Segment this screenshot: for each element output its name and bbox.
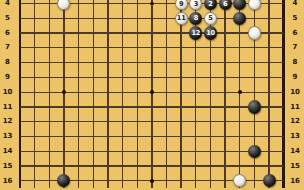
intersection-18-12[interactable] xyxy=(262,114,277,129)
white-stone-move-11: 11 xyxy=(175,12,188,25)
intersection-16-16[interactable] xyxy=(232,173,247,188)
intersection-2-15[interactable] xyxy=(27,159,42,174)
intersection-4-4[interactable] xyxy=(57,0,72,11)
intersection-16-13[interactable] xyxy=(232,129,247,144)
intersection-10-14[interactable] xyxy=(145,144,160,159)
intersection-2-5[interactable] xyxy=(27,11,42,26)
intersection-17-15[interactable] xyxy=(247,159,262,174)
intersection-5-7[interactable] xyxy=(71,40,86,55)
intersection-7-14[interactable] xyxy=(101,144,116,159)
intersection-15-16[interactable] xyxy=(218,173,233,188)
intersection-15-4[interactable]: 6 xyxy=(218,0,233,11)
intersection-10-7[interactable] xyxy=(145,40,160,55)
intersection-10-5[interactable] xyxy=(145,11,160,26)
row-label-right-6: 6 xyxy=(288,26,302,41)
intersection-2-12[interactable] xyxy=(27,114,42,129)
intersection-14-16[interactable] xyxy=(203,173,218,188)
intersection-13-13[interactable] xyxy=(188,129,203,144)
white-stone-move-9: 9 xyxy=(175,0,188,10)
black-stone xyxy=(263,174,276,187)
intersection-6-15[interactable] xyxy=(86,159,101,174)
intersection-10-4[interactable] xyxy=(145,0,160,11)
intersection-17-11[interactable] xyxy=(247,100,262,115)
row-label-right-9: 9 xyxy=(288,70,302,85)
intersection-18-4[interactable] xyxy=(262,0,277,11)
intersection-10-11[interactable] xyxy=(145,100,160,115)
intersection-14-12[interactable] xyxy=(203,114,218,129)
intersection-2-7[interactable] xyxy=(27,40,42,55)
white-stone xyxy=(248,26,261,39)
intersection-15-10[interactable] xyxy=(218,85,233,100)
intersection-2-14[interactable] xyxy=(27,144,42,159)
intersection-9-5[interactable] xyxy=(130,11,145,26)
intersection-16-14[interactable] xyxy=(232,144,247,159)
intersection-9-10[interactable] xyxy=(130,85,145,100)
intersection-14-6[interactable]: 10 xyxy=(203,26,218,41)
intersection-14-15[interactable] xyxy=(203,159,218,174)
intersection-3-15[interactable] xyxy=(42,159,57,174)
row-label-right-4: 4 xyxy=(288,0,302,11)
intersection-3-9[interactable] xyxy=(42,70,57,85)
intersection-14-13[interactable] xyxy=(203,129,218,144)
intersection-6-6[interactable] xyxy=(86,26,101,41)
intersection-11-9[interactable] xyxy=(159,70,174,85)
intersection-6-9[interactable] xyxy=(86,70,101,85)
black-stone-move-12: 12 xyxy=(189,26,202,39)
intersection-13-10[interactable] xyxy=(188,85,203,100)
intersection-9-16[interactable] xyxy=(130,173,145,188)
row-label-right-14: 14 xyxy=(288,144,302,159)
intersection-15-6[interactable] xyxy=(218,26,233,41)
intersection-18-6[interactable] xyxy=(262,26,277,41)
row-label-left-12: 12 xyxy=(0,114,15,129)
black-stone xyxy=(57,174,70,187)
go-board-grid: 932611851210 xyxy=(13,0,291,188)
intersection-4-8[interactable] xyxy=(57,55,72,70)
intersection-16-12[interactable] xyxy=(232,114,247,129)
intersection-2-4[interactable] xyxy=(27,0,42,11)
intersection-14-9[interactable] xyxy=(203,70,218,85)
intersection-2-9[interactable] xyxy=(27,70,42,85)
intersection-6-14[interactable] xyxy=(86,144,101,159)
intersection-7-15[interactable] xyxy=(101,159,116,174)
intersection-13-7[interactable] xyxy=(188,40,203,55)
intersection-8-4[interactable] xyxy=(115,0,130,11)
intersection-8-6[interactable] xyxy=(115,26,130,41)
intersection-18-11[interactable] xyxy=(262,100,277,115)
intersection-5-16[interactable] xyxy=(71,173,86,188)
white-stone xyxy=(233,174,246,187)
intersection-17-13[interactable] xyxy=(247,129,262,144)
white-stone xyxy=(57,0,70,10)
intersection-18-10[interactable] xyxy=(262,85,277,100)
intersection-13-15[interactable] xyxy=(188,159,203,174)
intersection-13-12[interactable] xyxy=(188,114,203,129)
intersection-13-5[interactable]: 8 xyxy=(188,11,203,26)
row-label-left-10: 10 xyxy=(0,85,15,100)
intersection-16-11[interactable] xyxy=(232,100,247,115)
intersection-12-4[interactable]: 9 xyxy=(174,0,189,11)
intersection-7-8[interactable] xyxy=(101,55,116,70)
intersection-3-6[interactable] xyxy=(42,26,57,41)
intersection-11-12[interactable] xyxy=(159,114,174,129)
intersection-17-16[interactable] xyxy=(247,173,262,188)
intersection-11-15[interactable] xyxy=(159,159,174,174)
intersection-6-16[interactable] xyxy=(86,173,101,188)
intersection-8-5[interactable] xyxy=(115,11,130,26)
intersection-17-4[interactable] xyxy=(247,0,262,11)
intersection-16-9[interactable] xyxy=(232,70,247,85)
intersection-4-15[interactable] xyxy=(57,159,72,174)
intersection-12-15[interactable] xyxy=(174,159,189,174)
intersection-11-13[interactable] xyxy=(159,129,174,144)
black-stone-move-10: 10 xyxy=(204,26,217,39)
intersection-12-16[interactable] xyxy=(174,173,189,188)
intersection-15-14[interactable] xyxy=(218,144,233,159)
intersection-17-8[interactable] xyxy=(247,55,262,70)
intersection-10-9[interactable] xyxy=(145,70,160,85)
white-stone xyxy=(248,0,261,10)
intersection-8-15[interactable] xyxy=(115,159,130,174)
intersection-6-13[interactable] xyxy=(86,129,101,144)
intersection-18-9[interactable] xyxy=(262,70,277,85)
intersection-8-9[interactable] xyxy=(115,70,130,85)
intersection-12-14[interactable] xyxy=(174,144,189,159)
black-stone xyxy=(248,100,261,113)
intersection-7-10[interactable] xyxy=(101,85,116,100)
intersection-12-8[interactable] xyxy=(174,55,189,70)
intersection-14-5[interactable]: 5 xyxy=(203,11,218,26)
intersection-14-8[interactable] xyxy=(203,55,218,70)
intersection-9-4[interactable] xyxy=(130,0,145,11)
intersection-16-15[interactable] xyxy=(232,159,247,174)
intersection-17-9[interactable] xyxy=(247,70,262,85)
intersection-2-11[interactable] xyxy=(27,100,42,115)
intersection-7-5[interactable] xyxy=(101,11,116,26)
intersection-18-7[interactable] xyxy=(262,40,277,55)
black-stone-move-2: 2 xyxy=(204,0,217,10)
intersection-6-4[interactable] xyxy=(86,0,101,11)
intersection-17-12[interactable] xyxy=(247,114,262,129)
black-stone-move-8: 8 xyxy=(189,12,202,25)
row-label-left-8: 8 xyxy=(0,55,15,70)
intersection-18-15[interactable] xyxy=(262,159,277,174)
intersection-8-8[interactable] xyxy=(115,55,130,70)
intersection-5-10[interactable] xyxy=(71,85,86,100)
intersection-6-8[interactable] xyxy=(86,55,101,70)
intersection-18-16[interactable] xyxy=(262,173,277,188)
intersection-10-12[interactable] xyxy=(145,114,160,129)
intersection-4-6[interactable] xyxy=(57,26,72,41)
intersection-9-13[interactable] xyxy=(130,129,145,144)
black-stone xyxy=(248,145,261,158)
intersection-16-7[interactable] xyxy=(232,40,247,55)
intersection-11-8[interactable] xyxy=(159,55,174,70)
row-label-left-4: 4 xyxy=(0,0,15,11)
row-labels-right: 45678910111213141516 xyxy=(288,0,302,190)
go-board-diagram: 932611851210 45678910111213141516 456789… xyxy=(0,0,304,190)
intersection-6-10[interactable] xyxy=(86,85,101,100)
white-stone-move-5: 5 xyxy=(204,12,217,25)
intersection-4-14[interactable] xyxy=(57,144,72,159)
row-label-right-16: 16 xyxy=(288,174,302,189)
row-label-right-13: 13 xyxy=(288,129,302,144)
intersection-15-5[interactable] xyxy=(218,11,233,26)
intersection-11-16[interactable] xyxy=(159,173,174,188)
intersection-17-14[interactable] xyxy=(247,144,262,159)
intersection-7-9[interactable] xyxy=(101,70,116,85)
intersection-3-10[interactable] xyxy=(42,85,57,100)
intersection-18-14[interactable] xyxy=(262,144,277,159)
intersection-3-8[interactable] xyxy=(42,55,57,70)
intersection-3-5[interactable] xyxy=(42,11,57,26)
intersection-2-16[interactable] xyxy=(27,173,42,188)
intersection-13-8[interactable] xyxy=(188,55,203,70)
row-label-left-13: 13 xyxy=(0,129,15,144)
row-label-left-9: 9 xyxy=(0,70,15,85)
intersection-13-11[interactable] xyxy=(188,100,203,115)
intersection-13-16[interactable] xyxy=(188,173,203,188)
intersection-17-5[interactable] xyxy=(247,11,262,26)
intersection-7-13[interactable] xyxy=(101,129,116,144)
intersection-12-5[interactable]: 11 xyxy=(174,11,189,26)
intersection-12-13[interactable] xyxy=(174,129,189,144)
intersection-13-9[interactable] xyxy=(188,70,203,85)
intersection-3-11[interactable] xyxy=(42,100,57,115)
intersection-13-14[interactable] xyxy=(188,144,203,159)
intersection-8-13[interactable] xyxy=(115,129,130,144)
intersection-10-16[interactable] xyxy=(145,173,160,188)
row-label-right-8: 8 xyxy=(288,55,302,70)
intersection-8-7[interactable] xyxy=(115,40,130,55)
intersection-10-13[interactable] xyxy=(145,129,160,144)
intersection-3-7[interactable] xyxy=(42,40,57,55)
intersection-14-14[interactable] xyxy=(203,144,218,159)
intersection-2-8[interactable] xyxy=(27,55,42,70)
intersection-3-12[interactable] xyxy=(42,114,57,129)
intersection-13-6[interactable]: 12 xyxy=(188,26,203,41)
intersection-10-10[interactable] xyxy=(145,85,160,100)
row-label-left-11: 11 xyxy=(0,100,15,115)
intersection-10-6[interactable] xyxy=(145,26,160,41)
intersection-10-8[interactable] xyxy=(145,55,160,70)
intersection-5-6[interactable] xyxy=(71,26,86,41)
intersection-6-11[interactable] xyxy=(86,100,101,115)
intersection-16-10[interactable] xyxy=(232,85,247,100)
intersection-15-13[interactable] xyxy=(218,129,233,144)
intersection-8-16[interactable] xyxy=(115,173,130,188)
row-label-right-15: 15 xyxy=(288,159,302,174)
intersection-9-8[interactable] xyxy=(130,55,145,70)
intersection-4-12[interactable] xyxy=(57,114,72,129)
white-stone-move-3: 3 xyxy=(189,0,202,10)
intersection-16-6[interactable] xyxy=(232,26,247,41)
intersection-18-13[interactable] xyxy=(262,129,277,144)
intersection-7-11[interactable] xyxy=(101,100,116,115)
intersection-7-4[interactable] xyxy=(101,0,116,11)
intersection-16-8[interactable] xyxy=(232,55,247,70)
intersection-14-11[interactable] xyxy=(203,100,218,115)
black-stone-move-6: 6 xyxy=(219,0,232,10)
intersection-4-10[interactable] xyxy=(57,85,72,100)
intersection-5-5[interactable] xyxy=(71,11,86,26)
intersection-12-7[interactable] xyxy=(174,40,189,55)
intersection-16-4[interactable] xyxy=(232,0,247,11)
intersection-17-6[interactable] xyxy=(247,26,262,41)
intersection-12-9[interactable] xyxy=(174,70,189,85)
intersection-11-4[interactable] xyxy=(159,0,174,11)
intersection-15-15[interactable] xyxy=(218,159,233,174)
intersection-3-13[interactable] xyxy=(42,129,57,144)
intersection-12-12[interactable] xyxy=(174,114,189,129)
intersection-9-15[interactable] xyxy=(130,159,145,174)
intersection-12-11[interactable] xyxy=(174,100,189,115)
intersection-5-9[interactable] xyxy=(71,70,86,85)
intersection-4-13[interactable] xyxy=(57,129,72,144)
intersection-13-4[interactable]: 3 xyxy=(188,0,203,11)
intersection-15-9[interactable] xyxy=(218,70,233,85)
intersection-7-12[interactable] xyxy=(101,114,116,129)
intersection-11-10[interactable] xyxy=(159,85,174,100)
intersection-9-6[interactable] xyxy=(130,26,145,41)
intersection-17-10[interactable] xyxy=(247,85,262,100)
intersection-11-11[interactable] xyxy=(159,100,174,115)
intersection-4-5[interactable] xyxy=(57,11,72,26)
intersection-7-16[interactable] xyxy=(101,173,116,188)
intersection-3-4[interactable] xyxy=(42,0,57,11)
intersection-5-8[interactable] xyxy=(71,55,86,70)
row-label-left-16: 16 xyxy=(0,174,15,189)
intersection-9-14[interactable] xyxy=(130,144,145,159)
intersection-11-7[interactable] xyxy=(159,40,174,55)
intersection-6-7[interactable] xyxy=(86,40,101,55)
intersection-17-7[interactable] xyxy=(247,40,262,55)
intersection-9-11[interactable] xyxy=(130,100,145,115)
intersection-11-14[interactable] xyxy=(159,144,174,159)
intersection-15-8[interactable] xyxy=(218,55,233,70)
intersection-9-12[interactable] xyxy=(130,114,145,129)
intersection-8-11[interactable] xyxy=(115,100,130,115)
row-label-left-7: 7 xyxy=(0,40,15,55)
row-label-left-5: 5 xyxy=(0,11,15,26)
row-label-right-10: 10 xyxy=(288,85,302,100)
intersection-15-7[interactable] xyxy=(218,40,233,55)
black-stone xyxy=(233,12,246,25)
row-label-left-14: 14 xyxy=(0,144,15,159)
intersection-15-11[interactable] xyxy=(218,100,233,115)
intersection-4-11[interactable] xyxy=(57,100,72,115)
intersection-11-6[interactable] xyxy=(159,26,174,41)
intersection-4-9[interactable] xyxy=(57,70,72,85)
row-label-right-5: 5 xyxy=(288,11,302,26)
row-label-right-12: 12 xyxy=(288,114,302,129)
intersection-2-13[interactable] xyxy=(27,129,42,144)
intersection-14-4[interactable]: 2 xyxy=(203,0,218,11)
intersection-18-5[interactable] xyxy=(262,11,277,26)
intersection-5-13[interactable] xyxy=(71,129,86,144)
intersection-8-10[interactable] xyxy=(115,85,130,100)
intersection-6-5[interactable] xyxy=(86,11,101,26)
intersection-3-14[interactable] xyxy=(42,144,57,159)
intersection-5-14[interactable] xyxy=(71,144,86,159)
intersection-11-5[interactable] xyxy=(159,11,174,26)
intersection-2-10[interactable] xyxy=(27,85,42,100)
row-label-right-11: 11 xyxy=(288,100,302,115)
intersection-10-15[interactable] xyxy=(145,159,160,174)
row-label-left-6: 6 xyxy=(0,26,15,41)
intersection-7-6[interactable] xyxy=(101,26,116,41)
intersection-4-7[interactable] xyxy=(57,40,72,55)
intersection-15-12[interactable] xyxy=(218,114,233,129)
row-label-left-15: 15 xyxy=(0,159,15,174)
intersection-12-6[interactable] xyxy=(174,26,189,41)
intersection-9-9[interactable] xyxy=(130,70,145,85)
intersection-8-12[interactable] xyxy=(115,114,130,129)
intersection-12-10[interactable] xyxy=(174,85,189,100)
intersection-14-7[interactable] xyxy=(203,40,218,55)
intersection-5-15[interactable] xyxy=(71,159,86,174)
intersection-5-4[interactable] xyxy=(71,0,86,11)
intersection-3-16[interactable] xyxy=(42,173,57,188)
intersection-4-16[interactable] xyxy=(57,173,72,188)
black-stone xyxy=(233,0,246,10)
intersection-8-14[interactable] xyxy=(115,144,130,159)
intersection-2-6[interactable] xyxy=(27,26,42,41)
intersection-6-12[interactable] xyxy=(86,114,101,129)
intersection-16-5[interactable] xyxy=(232,11,247,26)
intersection-5-11[interactable] xyxy=(71,100,86,115)
intersection-7-7[interactable] xyxy=(101,40,116,55)
intersection-5-12[interactable] xyxy=(71,114,86,129)
intersection-9-7[interactable] xyxy=(130,40,145,55)
row-label-right-7: 7 xyxy=(288,40,302,55)
intersection-18-8[interactable] xyxy=(262,55,277,70)
intersection-14-10[interactable] xyxy=(203,85,218,100)
row-labels-left: 45678910111213141516 xyxy=(0,0,15,190)
